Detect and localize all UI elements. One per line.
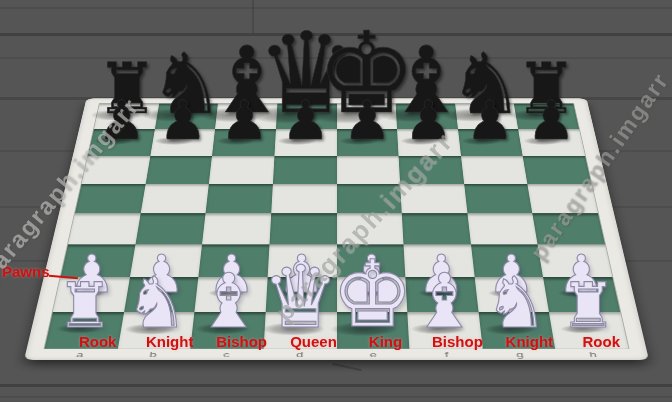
file-label-a: a	[75, 350, 84, 359]
square-e2	[337, 277, 408, 312]
wood-scratch	[332, 363, 362, 371]
wood-plank-line	[0, 57, 672, 59]
wood-seam	[252, 0, 254, 33]
square-b4	[135, 213, 206, 244]
chessboard: abcdefgh	[24, 98, 649, 360]
square-c5	[206, 184, 273, 214]
square-h2	[543, 277, 620, 312]
square-c7	[212, 129, 276, 156]
file-label-b: b	[149, 350, 157, 359]
square-e8	[337, 104, 398, 129]
square-h6	[523, 156, 591, 184]
square-f5	[400, 184, 467, 214]
square-d6	[273, 156, 337, 184]
square-a4	[68, 213, 140, 244]
square-h4	[533, 213, 605, 244]
square-b1	[118, 312, 195, 349]
board-grid	[45, 104, 629, 349]
square-h7	[518, 129, 585, 156]
square-b2	[124, 277, 199, 312]
square-c4	[202, 213, 271, 244]
wood-plank-line	[0, 384, 672, 387]
file-label-h: h	[589, 350, 598, 359]
square-e3	[337, 244, 406, 277]
square-c3	[199, 244, 270, 277]
square-b8	[155, 104, 218, 129]
square-g3	[471, 244, 544, 277]
square-e4	[337, 213, 404, 244]
file-label-d: d	[296, 350, 303, 359]
square-b5	[140, 184, 209, 214]
chess-photo: abcdefgh ♜♞♝♛♚♝♞♜♟♟♟♟♟♟♟♟♟♟♟♟♟♟♟♟♜♞♝♛♚♝♞…	[0, 0, 672, 402]
square-h1	[549, 312, 628, 349]
file-label-f: f	[444, 350, 448, 359]
square-g1	[478, 312, 555, 349]
square-a1	[45, 312, 124, 349]
square-h8	[514, 104, 579, 129]
square-g2	[474, 277, 549, 312]
square-c1	[191, 312, 266, 349]
square-f4	[402, 213, 471, 244]
square-c8	[215, 104, 277, 129]
square-f3	[404, 244, 475, 277]
square-g6	[461, 156, 528, 184]
square-d1	[264, 312, 337, 349]
square-f2	[405, 277, 478, 312]
file-label-g: g	[516, 350, 524, 359]
file-label-e: e	[369, 350, 376, 359]
square-e6	[337, 156, 401, 184]
wood-plank-line	[0, 396, 672, 398]
square-g8	[455, 104, 518, 129]
wood-plank-line	[0, 33, 672, 36]
square-a7	[88, 129, 155, 156]
square-d2	[266, 277, 337, 312]
square-f6	[399, 156, 464, 184]
file-label-c: c	[223, 350, 230, 359]
square-d3	[268, 244, 337, 277]
square-a8	[94, 104, 159, 129]
square-d4	[269, 213, 336, 244]
square-c2	[195, 277, 268, 312]
square-b7	[150, 129, 215, 156]
square-a5	[75, 184, 145, 214]
square-b3	[130, 244, 203, 277]
square-f1	[407, 312, 482, 349]
square-e7	[337, 129, 399, 156]
square-e5	[337, 184, 402, 214]
square-h5	[528, 184, 598, 214]
square-a6	[82, 156, 150, 184]
square-g5	[464, 184, 533, 214]
square-c6	[209, 156, 274, 184]
square-f8	[396, 104, 458, 129]
square-g7	[458, 129, 523, 156]
square-d7	[274, 129, 336, 156]
square-d5	[271, 184, 336, 214]
square-e1	[337, 312, 410, 349]
square-g4	[467, 213, 538, 244]
wood-plank-line	[0, 7, 672, 9]
square-h3	[538, 244, 613, 277]
square-a3	[61, 244, 136, 277]
square-a2	[53, 277, 130, 312]
square-b6	[145, 156, 212, 184]
square-f7	[397, 129, 461, 156]
square-d8	[276, 104, 337, 129]
pawns-label: Pawns	[2, 263, 50, 280]
